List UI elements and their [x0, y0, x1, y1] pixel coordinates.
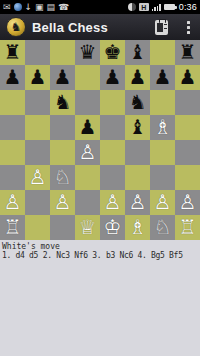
piece-white-pawn[interactable]: ♙ [79, 142, 97, 162]
square-f7[interactable]: ♟ [125, 65, 150, 90]
square-d1[interactable]: ♕ [75, 215, 100, 240]
square-d8[interactable]: ♛ [75, 40, 100, 65]
square-b7[interactable]: ♟ [25, 65, 50, 90]
square-f5[interactable]: ♝ [125, 115, 150, 140]
square-e5[interactable] [100, 115, 125, 140]
piece-black-pawn[interactable]: ♟ [29, 67, 47, 87]
square-f6[interactable]: ♞ [125, 90, 150, 115]
piece-black-pawn[interactable]: ♟ [54, 67, 72, 87]
square-a8[interactable]: ♜ [0, 40, 25, 65]
piece-white-knight[interactable]: ♘ [54, 167, 72, 187]
square-c3[interactable]: ♘ [50, 165, 75, 190]
piece-black-bishop[interactable]: ♝ [129, 42, 147, 62]
square-c6[interactable]: ♞ [50, 90, 75, 115]
piece-black-pawn[interactable]: ♟ [104, 67, 122, 87]
square-b1[interactable] [25, 215, 50, 240]
board-editor-icon [155, 20, 168, 35]
square-h3[interactable] [175, 165, 200, 190]
square-h4[interactable] [175, 140, 200, 165]
overflow-menu-icon [187, 21, 190, 24]
network-type-badge: H [139, 3, 149, 11]
square-h1[interactable]: ♖ [175, 215, 200, 240]
square-c4[interactable] [50, 140, 75, 165]
chess-board[interactable]: ♜♛♚♝♜♟♟♟♟♟♟♟♞♞♟♝♗♙♙♘♙♙♙♙♙♙♖♕♔♗♘♖ [0, 40, 200, 240]
download-icon: ↓ [25, 3, 33, 12]
square-e3[interactable] [100, 165, 125, 190]
square-c2[interactable]: ♙ [50, 190, 75, 215]
piece-black-queen[interactable]: ♛ [79, 42, 97, 62]
square-d5[interactable]: ♟ [75, 115, 100, 140]
square-f3[interactable] [125, 165, 150, 190]
square-b3[interactable]: ♙ [25, 165, 50, 190]
square-b5[interactable] [25, 115, 50, 140]
data-usage-icon [128, 3, 136, 11]
piece-white-rook[interactable]: ♖ [179, 217, 197, 237]
square-h6[interactable] [175, 90, 200, 115]
square-d2[interactable] [75, 190, 100, 215]
piece-black-bishop[interactable]: ♝ [129, 117, 147, 137]
piece-white-pawn[interactable]: ♙ [154, 192, 172, 212]
square-h8[interactable]: ♜ [175, 40, 200, 65]
square-g2[interactable]: ♙ [150, 190, 175, 215]
square-b2[interactable] [25, 190, 50, 215]
square-h2[interactable]: ♙ [175, 190, 200, 215]
square-g5[interactable]: ♗ [150, 115, 175, 140]
piece-black-rook[interactable]: ♜ [179, 42, 197, 62]
game-info-panel: White's move 1. d4 d5 2. Nc3 Nf6 3. b3 N… [0, 240, 200, 356]
piece-white-pawn[interactable]: ♙ [29, 167, 47, 187]
move-list-text: 1. d4 d5 2. Nc3 Nf6 3. b3 Nc6 4. Bg5 Bf5 [2, 251, 200, 260]
square-e2[interactable]: ♙ [100, 190, 125, 215]
piece-white-bishop[interactable]: ♗ [154, 117, 172, 137]
gallery-icon: ▣ [35, 3, 44, 12]
browser-icon [14, 3, 22, 11]
square-h5[interactable] [175, 115, 200, 140]
piece-black-pawn[interactable]: ♟ [4, 67, 22, 87]
square-b6[interactable] [25, 90, 50, 115]
title-bar: ♞ Bella Chess [0, 14, 200, 40]
piece-white-pawn[interactable]: ♙ [4, 192, 22, 212]
square-g7[interactable]: ♟ [150, 65, 175, 90]
piece-white-king[interactable]: ♔ [104, 217, 122, 237]
overflow-menu-button[interactable] [183, 19, 194, 36]
square-g6[interactable] [150, 90, 175, 115]
square-c8[interactable] [50, 40, 75, 65]
square-d3[interactable] [75, 165, 100, 190]
battery-icon [164, 4, 175, 10]
square-b4[interactable] [25, 140, 50, 165]
square-d7[interactable] [75, 65, 100, 90]
square-b8[interactable] [25, 40, 50, 65]
square-g1[interactable]: ♘ [150, 215, 175, 240]
turn-indicator-text: White's move [2, 242, 200, 251]
bella-chess-app-screen: ✉ ↓ ▣ ▤ ☎ H 0:36 ♞ Bella Chess ♜♛♚♝ [0, 0, 200, 356]
email-icon: ✉ [3, 3, 11, 12]
square-a3[interactable] [0, 165, 25, 190]
square-h7[interactable]: ♟ [175, 65, 200, 90]
square-c5[interactable] [50, 115, 75, 140]
piece-black-knight[interactable]: ♞ [54, 92, 72, 112]
piece-black-pawn[interactable]: ♟ [179, 67, 197, 87]
square-d4[interactable]: ♙ [75, 140, 100, 165]
square-a4[interactable] [0, 140, 25, 165]
app-title: Bella Chess [32, 20, 148, 35]
piece-white-rook[interactable]: ♖ [4, 217, 22, 237]
piece-black-rook[interactable]: ♜ [4, 42, 22, 62]
square-a5[interactable] [0, 115, 25, 140]
clock-text: 0:36 [179, 2, 197, 12]
document-icon: ▤ [47, 3, 56, 12]
square-e4[interactable] [100, 140, 125, 165]
piece-white-pawn[interactable]: ♙ [54, 192, 72, 212]
square-e6[interactable] [100, 90, 125, 115]
status-bar-system-icons: H 0:36 [128, 2, 197, 12]
square-a2[interactable]: ♙ [0, 190, 25, 215]
square-e7[interactable]: ♟ [100, 65, 125, 90]
board-editor-button[interactable] [154, 19, 169, 36]
piece-white-pawn[interactable]: ♙ [129, 192, 147, 212]
square-a6[interactable] [0, 90, 25, 115]
piece-white-pawn[interactable]: ♙ [104, 192, 122, 212]
square-g3[interactable] [150, 165, 175, 190]
square-g4[interactable] [150, 140, 175, 165]
piece-black-king[interactable]: ♚ [104, 42, 122, 62]
square-a1[interactable]: ♖ [0, 215, 25, 240]
piece-black-knight[interactable]: ♞ [129, 92, 147, 112]
square-e8[interactable]: ♚ [100, 40, 125, 65]
square-d6[interactable] [75, 90, 100, 115]
square-e1[interactable]: ♔ [100, 215, 125, 240]
square-g8[interactable] [150, 40, 175, 65]
square-f2[interactable]: ♙ [125, 190, 150, 215]
piece-white-queen[interactable]: ♕ [79, 217, 97, 237]
square-c1[interactable] [50, 215, 75, 240]
square-f8[interactable]: ♝ [125, 40, 150, 65]
piece-black-pawn[interactable]: ♟ [154, 67, 172, 87]
piece-white-pawn[interactable]: ♙ [179, 192, 197, 212]
piece-white-knight[interactable]: ♘ [154, 217, 172, 237]
square-f1[interactable]: ♗ [125, 215, 150, 240]
piece-black-pawn[interactable]: ♟ [79, 117, 97, 137]
piece-white-bishop[interactable]: ♗ [129, 217, 147, 237]
status-bar-notification-icons: ✉ ↓ ▣ ▤ ☎ [3, 3, 128, 12]
status-bar: ✉ ↓ ▣ ▤ ☎ H 0:36 [0, 0, 200, 14]
square-f4[interactable] [125, 140, 150, 165]
piece-black-pawn[interactable]: ♟ [129, 67, 147, 87]
phone-icon: ☎ [58, 3, 69, 12]
square-c7[interactable]: ♟ [50, 65, 75, 90]
square-a7[interactable]: ♟ [0, 65, 25, 90]
app-logo-knight-icon: ♞ [6, 17, 26, 37]
signal-strength-icon [152, 3, 161, 11]
